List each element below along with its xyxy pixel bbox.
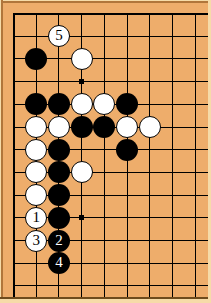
stone-white-move-1: 1 (25, 207, 47, 229)
stone-move-number: 2 (55, 233, 63, 249)
grid-line-horizontal (13, 13, 209, 15)
stone-black-move-2: 2 (48, 230, 70, 252)
stone-move-number: 5 (55, 28, 63, 44)
grid-line-vertical (104, 13, 105, 298)
stone-black (25, 48, 47, 70)
grid-line-vertical (13, 13, 15, 298)
stone-black (48, 207, 70, 229)
stone-white-move-3: 3 (25, 230, 47, 252)
stone-black (116, 139, 138, 161)
stone-black (48, 139, 70, 161)
frame-right-edge (208, 0, 211, 303)
grid-line-vertical (172, 13, 173, 298)
stone-white (25, 184, 47, 206)
star-point (79, 215, 84, 220)
stone-move-number: 1 (32, 210, 40, 226)
stone-white (93, 93, 115, 115)
stone-white (139, 116, 161, 138)
stone-white (25, 116, 47, 138)
grid-line-vertical (195, 13, 196, 298)
stone-black (48, 161, 70, 183)
stone-white (71, 48, 93, 70)
frame-left-edge (0, 0, 3, 303)
stone-move-number: 4 (55, 255, 63, 271)
stone-black (116, 93, 138, 115)
frame-bottom-edge (0, 297, 211, 303)
go-board: 51324 (0, 0, 211, 303)
star-point (79, 79, 84, 84)
stone-white (25, 139, 47, 161)
stone-white (71, 93, 93, 115)
grid-line-horizontal (13, 36, 209, 37)
stone-black-move-4: 4 (48, 252, 70, 274)
stone-black (71, 116, 93, 138)
stone-black (25, 93, 47, 115)
go-diagram: 51324 (0, 0, 211, 303)
frame-top-edge (0, 0, 211, 3)
stone-white (116, 116, 138, 138)
stone-black (48, 184, 70, 206)
stone-white (48, 116, 70, 138)
grid-line-horizontal (13, 263, 209, 264)
stone-black (93, 116, 115, 138)
stone-white-move-5: 5 (48, 25, 70, 47)
grid-line-horizontal (13, 285, 209, 286)
stone-black (48, 93, 70, 115)
stone-move-number: 3 (32, 233, 40, 249)
stone-white (71, 161, 93, 183)
grid-line-vertical (149, 13, 150, 298)
grid-line-horizontal (13, 81, 209, 82)
stone-white (25, 161, 47, 183)
